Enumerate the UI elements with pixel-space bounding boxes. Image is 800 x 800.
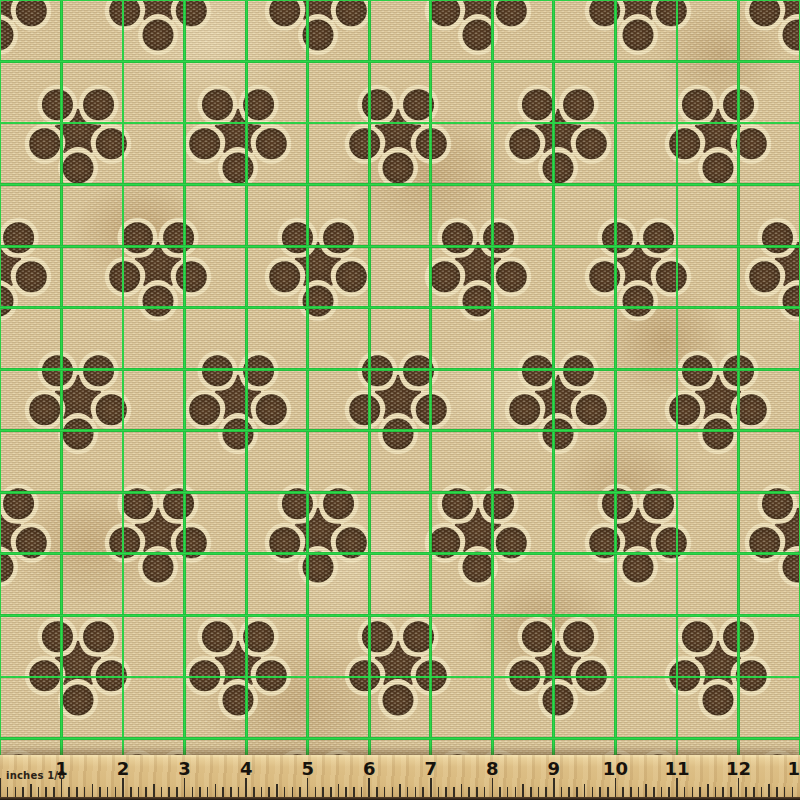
ruler-inch-number: 8 [486, 758, 499, 779]
ruler-tick [715, 787, 717, 797]
ruler-tick [107, 787, 109, 797]
ruler-tick [792, 787, 794, 797]
ruler-tick [522, 784, 524, 797]
ruler-tick [661, 787, 663, 797]
ruler-tick [415, 787, 417, 797]
ruler-tick [707, 784, 709, 797]
ruler-tick [361, 787, 363, 797]
ruler-tick [407, 787, 409, 797]
ruler-inch-number: 7 [425, 758, 438, 779]
dot-motif [505, 351, 612, 454]
ruler-tick [230, 787, 232, 797]
dot-motif [345, 351, 452, 454]
ruler-tick [476, 787, 478, 797]
ruler-tick [776, 787, 778, 797]
dot-motif [585, 0, 692, 55]
dot-motif [25, 351, 132, 454]
ruler-tick [276, 784, 278, 797]
ruler-tick [692, 787, 694, 797]
ruler-tick [30, 784, 32, 797]
ruler-tick [138, 787, 140, 797]
ruler-tick [368, 778, 370, 797]
ruler-inch-number: 2 [117, 758, 130, 779]
ruler-tick [445, 787, 447, 797]
ruler-tick [222, 787, 224, 797]
ruler-tick [515, 787, 517, 797]
dot-motif [665, 85, 772, 188]
ruler-tick [92, 784, 94, 797]
ruler-tick [238, 787, 240, 797]
ruler-inch-number: 4 [240, 758, 253, 779]
ruler-tick [299, 787, 301, 797]
ruler-tick [484, 787, 486, 797]
dot-motif [345, 85, 452, 188]
ruler-tick [184, 778, 186, 797]
ruler-tick [630, 787, 632, 797]
dot-motif [345, 617, 452, 720]
ruler-tick [307, 778, 309, 797]
ruler-tick [22, 787, 24, 797]
ruler-inch-number: 13 [787, 758, 800, 779]
ruler-tick [468, 787, 470, 797]
ruler-tick [730, 787, 732, 797]
ruler-tick [168, 787, 170, 797]
ruler-tick [584, 784, 586, 797]
ruler-tick [676, 778, 678, 797]
dot-motif [105, 0, 212, 55]
ruler-tick [176, 787, 178, 797]
ruler-tick [68, 787, 70, 797]
ruler-tick [315, 787, 317, 797]
ruler-tick [430, 778, 432, 797]
ruler-tick [45, 787, 47, 797]
dot-motif [25, 85, 132, 188]
dot-motif [425, 0, 532, 55]
ruler-tick [376, 787, 378, 797]
ruler-tick [738, 778, 740, 797]
ruler-tick [499, 787, 501, 797]
ruler-tick [261, 787, 263, 797]
ruler-tick [607, 787, 609, 797]
ruler-tick [345, 787, 347, 797]
ruler-tick [84, 787, 86, 797]
ruler-inch-number: 6 [363, 758, 376, 779]
ruler-tick [245, 778, 247, 797]
ruler-tick [215, 784, 217, 797]
ruler-tick [553, 778, 555, 797]
dot-motif [665, 617, 772, 720]
dot-motif [665, 351, 772, 454]
ruler-tick [38, 787, 40, 797]
ruler-tick [207, 787, 209, 797]
ruler-tick [284, 787, 286, 797]
ruler-tick [461, 784, 463, 797]
ruler-tick [153, 784, 155, 797]
ruler-tick [353, 787, 355, 797]
ruler-tick [130, 787, 132, 797]
ruler-inch-number: 3 [178, 758, 191, 779]
dot-motif [265, 484, 372, 587]
ruler-tick [61, 778, 63, 797]
ruler-tick [645, 784, 647, 797]
ruler-tick [561, 787, 563, 797]
ruler-tick [199, 787, 201, 797]
ruler-tick [115, 787, 117, 797]
ruler-tick [684, 787, 686, 797]
ruler-tick [492, 778, 494, 797]
ruler-tick [545, 787, 547, 797]
ruler-tick [599, 787, 601, 797]
ruler-inch-number: 10 [603, 758, 628, 779]
ruler-bottom-edge [0, 797, 800, 800]
ruler-tick [161, 787, 163, 797]
dot-motif [185, 617, 292, 720]
wooden-ruler: inches 1/8 12345678910111213 [0, 755, 800, 800]
ruler-inch-number: 12 [726, 758, 751, 779]
ruler-inch-number: 1 [55, 758, 68, 779]
ruler-tick [761, 787, 763, 797]
ruler-tick [576, 787, 578, 797]
ruler-tick [530, 787, 532, 797]
ruler-tick [638, 787, 640, 797]
dot-motif [265, 0, 372, 55]
ruler-tick [399, 784, 401, 797]
dot-motif [505, 85, 612, 188]
dot-motif [745, 484, 800, 587]
ruler-tick [15, 787, 17, 797]
dot-motif [185, 85, 292, 188]
ruler-tick [253, 787, 255, 797]
dot-motif [585, 218, 692, 321]
ruler-tick [568, 787, 570, 797]
ruler-tick [422, 787, 424, 797]
ruler-tick [292, 787, 294, 797]
dot-motif [0, 484, 51, 587]
dot-motif [25, 617, 132, 720]
ruler-tick [53, 787, 55, 797]
ruler-inch-number: 9 [548, 758, 561, 779]
dot-motif [105, 484, 212, 587]
dot-motif [185, 351, 292, 454]
ruler-tick [7, 787, 9, 797]
ruler-tick [438, 787, 440, 797]
ruler-tick [322, 787, 324, 797]
fabric-swatch-photo: inches 1/8 12345678910111213 [0, 0, 800, 800]
dot-motif [0, 0, 51, 55]
ruler-tick [99, 787, 101, 797]
ruler-tick [592, 787, 594, 797]
ruler-tick [384, 787, 386, 797]
dot-motif [425, 484, 532, 587]
dot-motif [105, 218, 212, 321]
ruler-tick [76, 787, 78, 797]
ruler-tick [622, 787, 624, 797]
dot-motif [265, 218, 372, 321]
ruler-tick [268, 787, 270, 797]
dot-motif [505, 617, 612, 720]
ruler-tick [330, 787, 332, 797]
ruler-tick [768, 784, 770, 797]
dot-motif [745, 218, 800, 321]
ruler-tick [192, 787, 194, 797]
dot-motif [425, 218, 532, 321]
dot-motif [585, 484, 692, 587]
ruler-tick [784, 787, 786, 797]
ruler-tick [145, 787, 147, 797]
ruler-tick [0, 778, 1, 797]
ruler-tick [699, 787, 701, 797]
dot-motif [0, 218, 51, 321]
ruler-tick [653, 787, 655, 797]
ruler-tick [338, 784, 340, 797]
ruler-tick [392, 787, 394, 797]
ruler-inch-number: 11 [664, 758, 689, 779]
ruler-tick [753, 787, 755, 797]
ruler-tick [453, 787, 455, 797]
ruler-tick [538, 787, 540, 797]
dot-motif [745, 0, 800, 55]
ruler-tick [507, 787, 509, 797]
ruler-tick [745, 787, 747, 797]
ruler-tick [722, 787, 724, 797]
dot-motif-layer [0, 0, 800, 755]
ruler-tick [615, 778, 617, 797]
ruler-tick [122, 778, 124, 797]
ruler-tick [668, 787, 670, 797]
ruler-inch-number: 5 [301, 758, 314, 779]
